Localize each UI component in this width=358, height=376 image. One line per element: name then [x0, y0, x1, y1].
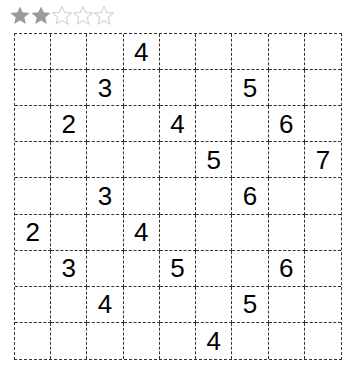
- puzzle-page: 435246573624356454: [0, 0, 358, 376]
- cell-r8c6[interactable]: [196, 287, 232, 323]
- cell-r3c9[interactable]: [305, 106, 341, 142]
- cell-r1c9[interactable]: [305, 34, 341, 70]
- cell-r3c4[interactable]: [124, 106, 160, 142]
- cell-r6c6[interactable]: [196, 215, 232, 251]
- cell-r9c7[interactable]: [232, 323, 268, 359]
- cell-r2c8[interactable]: [269, 70, 305, 106]
- cell-r1c2[interactable]: [51, 34, 87, 70]
- cell-r7c1[interactable]: [15, 251, 51, 287]
- star-empty-icon: [94, 6, 114, 26]
- cell-r7c8-given: 6: [269, 251, 305, 287]
- cell-r3c2-given: 2: [51, 106, 87, 142]
- cell-r9c6-given: 4: [196, 323, 232, 359]
- cell-r9c9[interactable]: [305, 323, 341, 359]
- cell-r8c4[interactable]: [124, 287, 160, 323]
- star-filled-icon: [31, 6, 51, 26]
- cell-r2c6[interactable]: [196, 70, 232, 106]
- cell-r7c9[interactable]: [305, 251, 341, 287]
- cell-r6c7[interactable]: [232, 215, 268, 251]
- cell-r8c5[interactable]: [160, 287, 196, 323]
- cell-r4c4[interactable]: [124, 142, 160, 178]
- cell-r1c8[interactable]: [269, 34, 305, 70]
- cell-r5c6[interactable]: [196, 178, 232, 214]
- cell-r4c2[interactable]: [51, 142, 87, 178]
- cell-r6c5[interactable]: [160, 215, 196, 251]
- cell-r8c2[interactable]: [51, 287, 87, 323]
- cell-r6c8[interactable]: [269, 215, 305, 251]
- cell-r6c1-given: 2: [15, 215, 51, 251]
- cell-r5c1[interactable]: [15, 178, 51, 214]
- cell-r5c9[interactable]: [305, 178, 341, 214]
- star-empty-icon: [52, 6, 72, 26]
- cell-r2c2[interactable]: [51, 70, 87, 106]
- cell-r7c5-given: 5: [160, 251, 196, 287]
- cell-r1c4-given: 4: [124, 34, 160, 70]
- cell-r2c1[interactable]: [15, 70, 51, 106]
- cell-r8c8[interactable]: [269, 287, 305, 323]
- cell-r8c1[interactable]: [15, 287, 51, 323]
- cell-r6c3[interactable]: [87, 215, 123, 251]
- cell-r7c2-given: 3: [51, 251, 87, 287]
- cell-r6c4-given: 4: [124, 215, 160, 251]
- cell-r4c9-given: 7: [305, 142, 341, 178]
- cell-r9c8[interactable]: [269, 323, 305, 359]
- cell-r9c3[interactable]: [87, 323, 123, 359]
- difficulty-rating: [10, 6, 114, 26]
- cell-r4c7[interactable]: [232, 142, 268, 178]
- cell-r3c7[interactable]: [232, 106, 268, 142]
- cell-r2c9[interactable]: [305, 70, 341, 106]
- cell-r4c1[interactable]: [15, 142, 51, 178]
- star-filled-icon: [10, 6, 30, 26]
- cell-r8c9[interactable]: [305, 287, 341, 323]
- cell-r2c7-given: 5: [232, 70, 268, 106]
- cell-r4c8[interactable]: [269, 142, 305, 178]
- cell-r3c1[interactable]: [15, 106, 51, 142]
- cell-r9c1[interactable]: [15, 323, 51, 359]
- puzzle-board: 435246573624356454: [14, 33, 342, 360]
- cell-r1c7[interactable]: [232, 34, 268, 70]
- star-empty-icon: [73, 6, 93, 26]
- cell-r5c7-given: 6: [232, 178, 268, 214]
- cell-r5c3-given: 3: [87, 178, 123, 214]
- cell-r6c2[interactable]: [51, 215, 87, 251]
- cell-r7c7[interactable]: [232, 251, 268, 287]
- cell-r1c5[interactable]: [160, 34, 196, 70]
- cell-r2c4[interactable]: [124, 70, 160, 106]
- cell-r7c6[interactable]: [196, 251, 232, 287]
- cell-r5c4[interactable]: [124, 178, 160, 214]
- cell-r9c5[interactable]: [160, 323, 196, 359]
- cell-r1c3[interactable]: [87, 34, 123, 70]
- cell-r5c8[interactable]: [269, 178, 305, 214]
- cell-r7c3[interactable]: [87, 251, 123, 287]
- cell-r9c4[interactable]: [124, 323, 160, 359]
- cell-r3c5-given: 4: [160, 106, 196, 142]
- cell-r5c2[interactable]: [51, 178, 87, 214]
- cell-r8c3-given: 4: [87, 287, 123, 323]
- cell-r4c3[interactable]: [87, 142, 123, 178]
- cell-r1c6[interactable]: [196, 34, 232, 70]
- cell-r4c5[interactable]: [160, 142, 196, 178]
- cell-r2c5[interactable]: [160, 70, 196, 106]
- cell-r3c8-given: 6: [269, 106, 305, 142]
- cell-r1c1[interactable]: [15, 34, 51, 70]
- cell-r7c4[interactable]: [124, 251, 160, 287]
- cell-r3c3[interactable]: [87, 106, 123, 142]
- cell-r9c2[interactable]: [51, 323, 87, 359]
- cell-r3c6[interactable]: [196, 106, 232, 142]
- cell-r2c3-given: 3: [87, 70, 123, 106]
- cell-r4c6-given: 5: [196, 142, 232, 178]
- cell-r5c5[interactable]: [160, 178, 196, 214]
- cell-r8c7-given: 5: [232, 287, 268, 323]
- cell-r6c9[interactable]: [305, 215, 341, 251]
